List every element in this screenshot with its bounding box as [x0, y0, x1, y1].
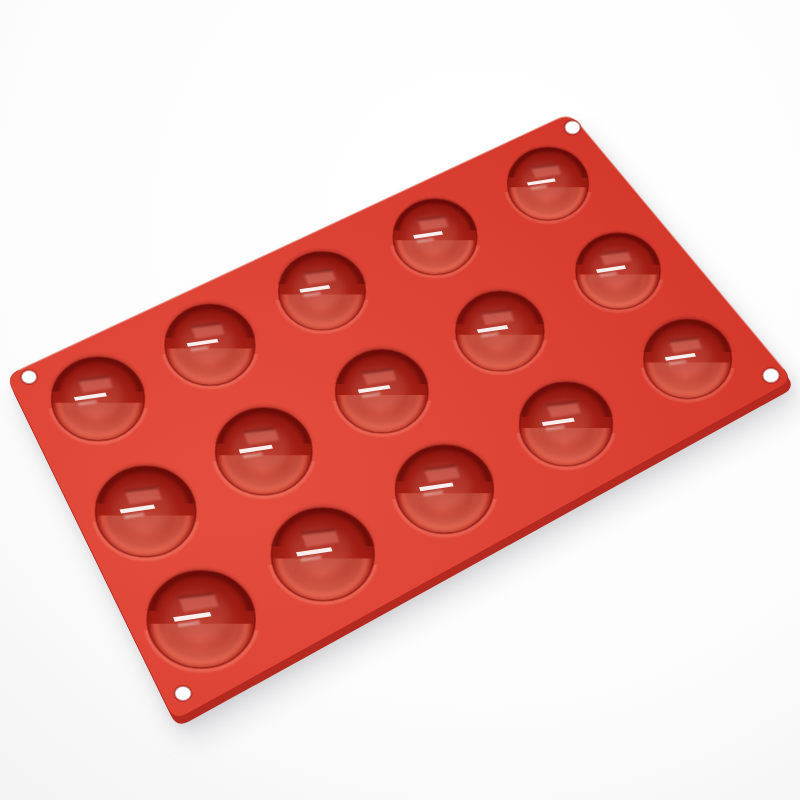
product-photo [0, 0, 800, 800]
mold-photo-svg [0, 0, 800, 800]
hanging-hole [175, 686, 192, 701]
hanging-hole [763, 368, 780, 383]
hanging-hole [21, 370, 37, 384]
hanging-hole [565, 121, 581, 135]
